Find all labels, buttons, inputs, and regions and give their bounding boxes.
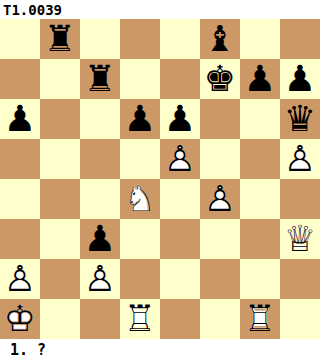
square-b2[interactable]: [40, 259, 80, 299]
piece-glyph-outline: ♙: [280, 139, 320, 179]
square-e7[interactable]: [160, 59, 200, 99]
puzzle-id: T1.0039: [0, 0, 320, 19]
move-prompt: 1. ?: [0, 339, 320, 360]
square-d7[interactable]: [120, 59, 160, 99]
square-h8[interactable]: [280, 19, 320, 59]
piece-white-pawn[interactable]: ♟♙: [80, 259, 120, 299]
square-f6[interactable]: [200, 99, 240, 139]
piece-white-pawn[interactable]: ♟♙: [160, 139, 200, 179]
piece-white-queen[interactable]: ♛♕: [280, 219, 320, 259]
piece-white-rook[interactable]: ♜♖: [240, 299, 280, 339]
square-c6[interactable]: [80, 99, 120, 139]
piece-glyph-outline: ♙: [160, 139, 200, 179]
square-e2[interactable]: [160, 259, 200, 299]
square-b4[interactable]: [40, 179, 80, 219]
square-f4[interactable]: ♟♙: [200, 179, 240, 219]
square-d3[interactable]: [120, 219, 160, 259]
piece-black-pawn[interactable]: ♟: [80, 219, 120, 259]
square-c1[interactable]: [80, 299, 120, 339]
square-d5[interactable]: [120, 139, 160, 179]
square-a8[interactable]: [0, 19, 40, 59]
chess-board: ♜♝♜♚♟♟♟♟♟♛♟♙♟♙♞♘♟♙♟♛♕♟♙♟♙♚♔♜♖♜♖: [0, 19, 320, 339]
piece-black-rook[interactable]: ♜: [80, 59, 120, 99]
square-c7[interactable]: ♜: [80, 59, 120, 99]
square-b1[interactable]: [40, 299, 80, 339]
piece-white-rook[interactable]: ♜♖: [120, 299, 160, 339]
piece-glyph-outline: ♔: [0, 299, 40, 339]
piece-black-pawn[interactable]: ♟: [120, 99, 160, 139]
square-f7[interactable]: ♚: [200, 59, 240, 99]
piece-glyph-outline: ♕: [280, 219, 320, 259]
piece-white-king[interactable]: ♚♔: [0, 299, 40, 339]
piece-black-king[interactable]: ♚: [200, 59, 240, 99]
square-d6[interactable]: ♟: [120, 99, 160, 139]
square-c5[interactable]: [80, 139, 120, 179]
piece-black-pawn[interactable]: ♟: [280, 59, 320, 99]
square-h3[interactable]: ♛♕: [280, 219, 320, 259]
square-a4[interactable]: [0, 179, 40, 219]
square-a5[interactable]: [0, 139, 40, 179]
square-a1[interactable]: ♚♔: [0, 299, 40, 339]
piece-black-pawn[interactable]: ♟: [240, 59, 280, 99]
square-a3[interactable]: [0, 219, 40, 259]
square-g5[interactable]: [240, 139, 280, 179]
piece-glyph-outline: ♙: [80, 259, 120, 299]
square-e6[interactable]: ♟: [160, 99, 200, 139]
piece-white-knight[interactable]: ♞♘: [120, 179, 160, 219]
square-d8[interactable]: [120, 19, 160, 59]
piece-glyph-outline: ♙: [0, 259, 40, 299]
square-b3[interactable]: [40, 219, 80, 259]
square-d2[interactable]: [120, 259, 160, 299]
square-c8[interactable]: [80, 19, 120, 59]
piece-black-pawn[interactable]: ♟: [160, 99, 200, 139]
piece-black-queen[interactable]: ♛: [280, 99, 320, 139]
square-f3[interactable]: [200, 219, 240, 259]
square-h7[interactable]: ♟: [280, 59, 320, 99]
piece-white-pawn[interactable]: ♟♙: [0, 259, 40, 299]
square-a6[interactable]: ♟: [0, 99, 40, 139]
square-h4[interactable]: [280, 179, 320, 219]
square-c4[interactable]: [80, 179, 120, 219]
piece-glyph-outline: ♘: [120, 179, 160, 219]
square-h6[interactable]: ♛: [280, 99, 320, 139]
square-g1[interactable]: ♜♖: [240, 299, 280, 339]
square-e1[interactable]: [160, 299, 200, 339]
square-e8[interactable]: [160, 19, 200, 59]
piece-black-bishop[interactable]: ♝: [200, 19, 240, 59]
square-b8[interactable]: ♜: [40, 19, 80, 59]
square-f8[interactable]: ♝: [200, 19, 240, 59]
square-f2[interactable]: [200, 259, 240, 299]
square-b6[interactable]: [40, 99, 80, 139]
square-e5[interactable]: ♟♙: [160, 139, 200, 179]
piece-black-pawn[interactable]: ♟: [0, 99, 40, 139]
square-a7[interactable]: [0, 59, 40, 99]
square-e4[interactable]: [160, 179, 200, 219]
piece-glyph-outline: ♖: [120, 299, 160, 339]
piece-glyph-outline: ♖: [240, 299, 280, 339]
square-a2[interactable]: ♟♙: [0, 259, 40, 299]
square-h1[interactable]: [280, 299, 320, 339]
square-e3[interactable]: [160, 219, 200, 259]
square-f5[interactable]: [200, 139, 240, 179]
piece-black-rook[interactable]: ♜: [40, 19, 80, 59]
square-h5[interactable]: ♟♙: [280, 139, 320, 179]
square-f1[interactable]: [200, 299, 240, 339]
square-c3[interactable]: ♟: [80, 219, 120, 259]
square-c2[interactable]: ♟♙: [80, 259, 120, 299]
square-d1[interactable]: ♜♖: [120, 299, 160, 339]
square-g4[interactable]: [240, 179, 280, 219]
square-g3[interactable]: [240, 219, 280, 259]
square-g6[interactable]: [240, 99, 280, 139]
square-h2[interactable]: [280, 259, 320, 299]
square-g8[interactable]: [240, 19, 280, 59]
square-g2[interactable]: [240, 259, 280, 299]
piece-glyph-outline: ♙: [200, 179, 240, 219]
square-b7[interactable]: [40, 59, 80, 99]
piece-white-pawn[interactable]: ♟♙: [280, 139, 320, 179]
square-d4[interactable]: ♞♘: [120, 179, 160, 219]
piece-white-pawn[interactable]: ♟♙: [200, 179, 240, 219]
square-g7[interactable]: ♟: [240, 59, 280, 99]
square-b5[interactable]: [40, 139, 80, 179]
